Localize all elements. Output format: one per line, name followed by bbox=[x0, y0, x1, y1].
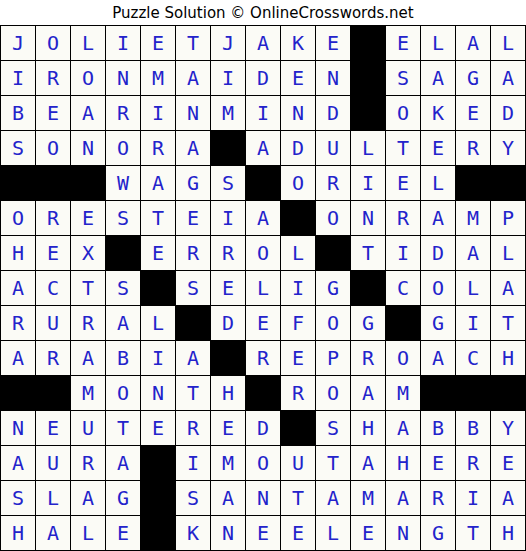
letter-cell: I bbox=[211, 61, 246, 96]
letter-cell: L bbox=[71, 516, 106, 551]
letter-cell: T bbox=[456, 516, 491, 551]
black-cell bbox=[456, 166, 491, 201]
letter-cell: A bbox=[386, 411, 421, 446]
letter-cell: E bbox=[36, 236, 71, 271]
letter-cell: T bbox=[176, 376, 211, 411]
letter-cell: H bbox=[491, 516, 526, 551]
black-cell bbox=[246, 376, 281, 411]
black-cell bbox=[421, 376, 456, 411]
letter-cell: I bbox=[176, 446, 211, 481]
letter-cell: I bbox=[456, 481, 491, 516]
letter-cell: A bbox=[351, 376, 386, 411]
letter-cell: O bbox=[386, 96, 421, 131]
black-cell bbox=[211, 341, 246, 376]
letter-cell: A bbox=[1, 446, 36, 481]
letter-cell: T bbox=[141, 201, 176, 236]
letter-cell: E bbox=[36, 96, 71, 131]
letter-cell: A bbox=[211, 481, 246, 516]
letter-cell: K bbox=[421, 96, 456, 131]
letter-cell: O bbox=[246, 236, 281, 271]
letter-cell: E bbox=[421, 131, 456, 166]
letter-cell: A bbox=[421, 61, 456, 96]
letter-cell: N bbox=[176, 96, 211, 131]
letter-cell: R bbox=[456, 131, 491, 166]
letter-cell: W bbox=[106, 166, 141, 201]
letter-cell: D bbox=[316, 96, 351, 131]
letter-cell: S bbox=[176, 271, 211, 306]
letter-cell: N bbox=[71, 131, 106, 166]
letter-cell: L bbox=[246, 271, 281, 306]
letter-cell: O bbox=[281, 166, 316, 201]
letter-cell: A bbox=[491, 481, 526, 516]
letter-cell: E bbox=[351, 516, 386, 551]
letter-cell: N bbox=[211, 516, 246, 551]
letter-cell: B bbox=[421, 411, 456, 446]
letter-cell: A bbox=[351, 446, 386, 481]
letter-cell: O bbox=[316, 306, 351, 341]
black-cell bbox=[351, 61, 386, 96]
letter-cell: D bbox=[211, 306, 246, 341]
letter-cell: O bbox=[316, 376, 351, 411]
letter-cell: T bbox=[316, 446, 351, 481]
letter-cell: N bbox=[316, 61, 351, 96]
letter-cell: K bbox=[281, 26, 316, 61]
letter-cell: I bbox=[351, 166, 386, 201]
letter-cell: L bbox=[71, 26, 106, 61]
letter-cell: S bbox=[211, 166, 246, 201]
letter-cell: H bbox=[1, 236, 36, 271]
letter-cell: A bbox=[71, 341, 106, 376]
letter-cell: I bbox=[246, 96, 281, 131]
letter-cell: A bbox=[421, 341, 456, 376]
letter-cell: D bbox=[281, 131, 316, 166]
letter-cell: O bbox=[71, 61, 106, 96]
letter-cell: T bbox=[351, 236, 386, 271]
letter-cell: O bbox=[36, 26, 71, 61]
letter-cell: R bbox=[141, 131, 176, 166]
letter-cell: A bbox=[106, 306, 141, 341]
letter-cell: F bbox=[281, 306, 316, 341]
letter-cell: I bbox=[211, 201, 246, 236]
letter-cell: E bbox=[386, 26, 421, 61]
letter-cell: S bbox=[316, 411, 351, 446]
letter-cell: A bbox=[456, 236, 491, 271]
letter-cell: G bbox=[421, 306, 456, 341]
letter-cell: H bbox=[1, 516, 36, 551]
letter-cell: E bbox=[246, 516, 281, 551]
letter-cell: I bbox=[281, 271, 316, 306]
black-cell bbox=[1, 376, 36, 411]
black-cell bbox=[71, 166, 106, 201]
letter-cell: N bbox=[141, 376, 176, 411]
letter-cell: L bbox=[421, 26, 456, 61]
letter-cell: R bbox=[36, 201, 71, 236]
letter-cell: L bbox=[491, 236, 526, 271]
letter-cell: J bbox=[211, 26, 246, 61]
black-cell bbox=[176, 306, 211, 341]
letter-cell: E bbox=[141, 26, 176, 61]
letter-cell: E bbox=[71, 201, 106, 236]
letter-cell: M bbox=[211, 446, 246, 481]
black-cell bbox=[281, 201, 316, 236]
letter-cell: A bbox=[491, 271, 526, 306]
letter-cell: S bbox=[1, 481, 36, 516]
letter-cell: A bbox=[246, 201, 281, 236]
letter-cell: C bbox=[36, 271, 71, 306]
letter-cell: L bbox=[456, 271, 491, 306]
letter-cell: T bbox=[491, 306, 526, 341]
letter-cell: L bbox=[141, 306, 176, 341]
letter-cell: H bbox=[386, 446, 421, 481]
letter-cell: A bbox=[71, 96, 106, 131]
black-cell bbox=[386, 306, 421, 341]
letter-cell: E bbox=[106, 516, 141, 551]
letter-cell: G bbox=[351, 306, 386, 341]
page-title: Puzzle Solution © OnlineCrosswords.net bbox=[0, 0, 526, 25]
letter-cell: I bbox=[386, 236, 421, 271]
letter-cell: D bbox=[246, 411, 281, 446]
letter-cell: Y bbox=[491, 131, 526, 166]
letter-cell: R bbox=[176, 411, 211, 446]
black-cell bbox=[211, 131, 246, 166]
letter-cell: E bbox=[421, 446, 456, 481]
letter-cell: M bbox=[456, 201, 491, 236]
letter-cell: E bbox=[211, 411, 246, 446]
letter-cell: U bbox=[36, 306, 71, 341]
letter-cell: D bbox=[246, 61, 281, 96]
letter-cell: A bbox=[246, 131, 281, 166]
letter-cell: D bbox=[491, 96, 526, 131]
letter-cell: R bbox=[71, 446, 106, 481]
letter-cell: E bbox=[491, 446, 526, 481]
letter-cell: R bbox=[71, 306, 106, 341]
letter-cell: R bbox=[351, 341, 386, 376]
letter-cell: I bbox=[141, 341, 176, 376]
letter-cell: O bbox=[106, 131, 141, 166]
letter-cell: M bbox=[386, 376, 421, 411]
letter-cell: A bbox=[141, 166, 176, 201]
letter-cell: N bbox=[1, 411, 36, 446]
letter-cell: R bbox=[211, 236, 246, 271]
letter-cell: A bbox=[421, 201, 456, 236]
letter-cell: T bbox=[281, 481, 316, 516]
letter-cell: A bbox=[491, 61, 526, 96]
letter-cell: H bbox=[211, 376, 246, 411]
letter-cell: A bbox=[1, 271, 36, 306]
letter-cell: S bbox=[106, 271, 141, 306]
letter-cell: A bbox=[246, 26, 281, 61]
letter-cell: L bbox=[281, 236, 316, 271]
letter-cell: L bbox=[316, 516, 351, 551]
letter-cell: O bbox=[36, 131, 71, 166]
letter-cell: E bbox=[386, 166, 421, 201]
black-cell bbox=[106, 236, 141, 271]
letter-cell: R bbox=[421, 481, 456, 516]
letter-cell: X bbox=[71, 236, 106, 271]
letter-cell: S bbox=[386, 61, 421, 96]
black-cell bbox=[141, 271, 176, 306]
letter-cell: R bbox=[281, 376, 316, 411]
letter-cell: L bbox=[351, 131, 386, 166]
letter-cell: A bbox=[176, 131, 211, 166]
letter-cell: P bbox=[491, 201, 526, 236]
letter-cell: G bbox=[106, 481, 141, 516]
black-cell bbox=[351, 271, 386, 306]
letter-cell: A bbox=[106, 446, 141, 481]
black-cell bbox=[141, 481, 176, 516]
letter-cell: M bbox=[141, 61, 176, 96]
letter-cell: G bbox=[316, 271, 351, 306]
letter-cell: I bbox=[456, 306, 491, 341]
letter-cell: K bbox=[176, 516, 211, 551]
letter-cell: H bbox=[491, 341, 526, 376]
letter-cell: E bbox=[246, 306, 281, 341]
letter-cell: A bbox=[456, 26, 491, 61]
letter-cell: E bbox=[141, 236, 176, 271]
black-cell bbox=[281, 411, 316, 446]
black-cell bbox=[351, 96, 386, 131]
black-cell bbox=[1, 166, 36, 201]
letter-cell: G bbox=[456, 61, 491, 96]
letter-cell: C bbox=[386, 271, 421, 306]
letter-cell: C bbox=[456, 341, 491, 376]
black-cell bbox=[141, 516, 176, 551]
letter-cell: S bbox=[176, 481, 211, 516]
letter-cell: E bbox=[176, 201, 211, 236]
letter-cell: T bbox=[71, 271, 106, 306]
letter-cell: B bbox=[1, 96, 36, 131]
letter-cell: B bbox=[456, 411, 491, 446]
letter-cell: M bbox=[351, 481, 386, 516]
letter-cell: R bbox=[316, 166, 351, 201]
letter-cell: U bbox=[36, 446, 71, 481]
letter-cell: G bbox=[176, 166, 211, 201]
letter-cell: R bbox=[176, 236, 211, 271]
letter-cell: L bbox=[421, 166, 456, 201]
crossword-grid: JOLIETJAKEELALIRONMAIDENSAGABEARINMINDOK… bbox=[0, 25, 526, 551]
black-cell bbox=[141, 446, 176, 481]
letter-cell: T bbox=[386, 131, 421, 166]
letter-cell: R bbox=[246, 341, 281, 376]
letter-cell: R bbox=[36, 341, 71, 376]
letter-cell: I bbox=[1, 61, 36, 96]
letter-cell: O bbox=[421, 271, 456, 306]
letter-cell: Y bbox=[491, 411, 526, 446]
letter-cell: N bbox=[386, 516, 421, 551]
letter-cell: O bbox=[1, 201, 36, 236]
letter-cell: L bbox=[491, 26, 526, 61]
letter-cell: R bbox=[36, 61, 71, 96]
letter-cell: E bbox=[141, 411, 176, 446]
letter-cell: U bbox=[281, 446, 316, 481]
letter-cell: H bbox=[351, 411, 386, 446]
letter-cell: A bbox=[1, 341, 36, 376]
letter-cell: S bbox=[106, 201, 141, 236]
letter-cell: A bbox=[176, 61, 211, 96]
black-cell bbox=[246, 166, 281, 201]
letter-cell: E bbox=[211, 271, 246, 306]
letter-cell: N bbox=[246, 481, 281, 516]
letter-cell: M bbox=[71, 376, 106, 411]
letter-cell: N bbox=[351, 201, 386, 236]
letter-cell: S bbox=[1, 131, 36, 166]
letter-cell: N bbox=[281, 96, 316, 131]
letter-cell: A bbox=[36, 516, 71, 551]
letter-cell: R bbox=[106, 96, 141, 131]
letter-cell: E bbox=[281, 341, 316, 376]
letter-cell: O bbox=[106, 376, 141, 411]
black-cell bbox=[351, 26, 386, 61]
letter-cell: I bbox=[106, 26, 141, 61]
letter-cell: D bbox=[421, 236, 456, 271]
letter-cell: R bbox=[386, 201, 421, 236]
letter-cell: I bbox=[141, 96, 176, 131]
letter-cell: J bbox=[1, 26, 36, 61]
letter-cell: M bbox=[211, 96, 246, 131]
letter-cell: R bbox=[1, 306, 36, 341]
black-cell bbox=[456, 376, 491, 411]
letter-cell: N bbox=[106, 61, 141, 96]
letter-cell: T bbox=[106, 411, 141, 446]
letter-cell: E bbox=[36, 411, 71, 446]
black-cell bbox=[491, 376, 526, 411]
letter-cell: P bbox=[316, 341, 351, 376]
black-cell bbox=[491, 166, 526, 201]
letter-cell: R bbox=[456, 446, 491, 481]
black-cell bbox=[36, 166, 71, 201]
letter-cell: O bbox=[386, 341, 421, 376]
letter-cell: A bbox=[176, 341, 211, 376]
letter-cell: E bbox=[456, 96, 491, 131]
letter-cell: T bbox=[176, 26, 211, 61]
letter-cell: G bbox=[421, 516, 456, 551]
letter-cell: L bbox=[36, 481, 71, 516]
black-cell bbox=[316, 236, 351, 271]
letter-cell: E bbox=[281, 516, 316, 551]
letter-cell: A bbox=[386, 481, 421, 516]
letter-cell: O bbox=[246, 446, 281, 481]
letter-cell: U bbox=[71, 411, 106, 446]
letter-cell: A bbox=[71, 481, 106, 516]
letter-cell: O bbox=[316, 201, 351, 236]
black-cell bbox=[36, 376, 71, 411]
letter-cell: E bbox=[316, 26, 351, 61]
letter-cell: U bbox=[316, 131, 351, 166]
letter-cell: B bbox=[106, 341, 141, 376]
letter-cell: E bbox=[281, 61, 316, 96]
letter-cell: A bbox=[316, 481, 351, 516]
